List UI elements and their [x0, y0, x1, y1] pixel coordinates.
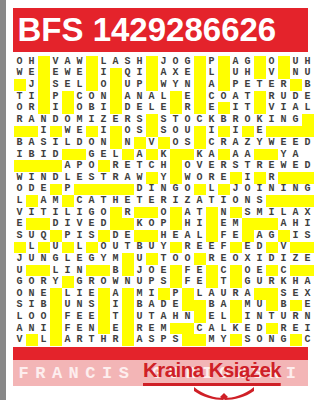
- grid-cell: T: [134, 195, 146, 207]
- grid-cell: V: [14, 334, 26, 346]
- grid-cell: J: [14, 253, 26, 265]
- grid-cell: M: [158, 323, 170, 335]
- grid-cell: D: [302, 160, 314, 172]
- grid-cell: [266, 195, 278, 207]
- grid-cell: [266, 126, 278, 138]
- grid-cell: E: [290, 288, 302, 300]
- grid-cell: N: [134, 91, 146, 103]
- grid-cell: A: [218, 300, 230, 312]
- grid-cell: B: [206, 300, 218, 312]
- grid-cell: I: [242, 172, 254, 184]
- grid-cell: L: [146, 102, 158, 114]
- grid-cell: [194, 91, 206, 103]
- grid-cell: N: [98, 91, 110, 103]
- grid-cell: U: [302, 68, 314, 80]
- grid-cell: K: [278, 276, 290, 288]
- grid-cell: E: [218, 218, 230, 230]
- grid-cell: J: [158, 56, 170, 68]
- grid-cell: N: [38, 114, 50, 126]
- grid-cell: T: [242, 160, 254, 172]
- grid-cell: Y: [170, 79, 182, 91]
- grid-cell: S: [242, 207, 254, 219]
- grid-cell: [170, 207, 182, 219]
- grid-cell: [170, 172, 182, 184]
- grid-cell: S: [38, 137, 50, 149]
- grid-cell: O: [14, 102, 26, 114]
- grid-cell: E: [74, 68, 86, 80]
- grid-cell: N: [254, 311, 266, 323]
- grid-cell: I: [110, 300, 122, 312]
- grid-cell: C: [302, 334, 314, 346]
- grid-cell: [254, 91, 266, 103]
- grid-cell: A: [302, 276, 314, 288]
- grid-cell: [146, 68, 158, 80]
- grid-cell: [278, 230, 290, 242]
- grid-cell: I: [14, 149, 26, 161]
- grid-cell: P: [62, 184, 74, 196]
- grid-cell: I: [170, 195, 182, 207]
- grid-cell: I: [218, 195, 230, 207]
- grid-cell: [218, 184, 230, 196]
- grid-cell: I: [194, 218, 206, 230]
- grid-cell: T: [242, 102, 254, 114]
- grid-cell: U: [26, 230, 38, 242]
- grid-cell: I: [278, 102, 290, 114]
- grid-cell: N: [74, 265, 86, 277]
- grid-cell: [254, 56, 266, 68]
- grid-cell: S: [278, 288, 290, 300]
- grid-cell: [170, 265, 182, 277]
- grid-cell: O: [98, 276, 110, 288]
- grid-cell: [194, 137, 206, 149]
- grid-cell: I: [206, 126, 218, 138]
- grid-cell: O: [146, 218, 158, 230]
- grid-cell: E: [146, 323, 158, 335]
- grid-cell: L: [302, 102, 314, 114]
- grid-cell: [206, 207, 218, 219]
- grid-cell: B: [134, 300, 146, 312]
- grid-cell: A: [206, 323, 218, 335]
- grid-cell: [122, 334, 134, 346]
- grid-cell: W: [74, 56, 86, 68]
- grid-cell: I: [146, 184, 158, 196]
- grid-cell: N: [218, 207, 230, 219]
- grid-cell: [170, 102, 182, 114]
- grid-cell: [194, 334, 206, 346]
- grid-cell: O: [170, 253, 182, 265]
- grid-cell: [50, 334, 62, 346]
- grid-cell: R: [158, 195, 170, 207]
- grid-cell: [110, 137, 122, 149]
- grid-cell: D: [26, 184, 38, 196]
- grid-cell: [14, 160, 26, 172]
- grid-cell: [50, 160, 62, 172]
- grid-cell: S: [86, 172, 98, 184]
- grid-cell: G: [86, 207, 98, 219]
- grid-cell: O: [146, 265, 158, 277]
- grid-cell: A: [242, 288, 254, 300]
- grid-cell: [230, 172, 242, 184]
- grid-cell: H: [182, 218, 194, 230]
- grid-cell: R: [38, 276, 50, 288]
- grid-cell: N: [242, 195, 254, 207]
- grid-cell: A: [110, 288, 122, 300]
- grid-cell: G: [74, 276, 86, 288]
- grid-cell: Z: [242, 137, 254, 149]
- grid-cell: O: [86, 160, 98, 172]
- grid-cell: P: [170, 288, 182, 300]
- grid-cell: [266, 242, 278, 254]
- grid-cell: [206, 276, 218, 288]
- grid-cell: A: [230, 56, 242, 68]
- grid-cell: [122, 253, 134, 265]
- grid-cell: E: [254, 126, 266, 138]
- grid-cell: G: [302, 184, 314, 196]
- grid-cell: E: [170, 300, 182, 312]
- grid-cell: O: [182, 114, 194, 126]
- grid-cell: R: [218, 137, 230, 149]
- grid-cell: U: [50, 242, 62, 254]
- grid-cell: I: [62, 218, 74, 230]
- grid-cell: [254, 218, 266, 230]
- grid-cell: N: [278, 114, 290, 126]
- grid-cell: H: [302, 56, 314, 68]
- grid-cell: Y: [50, 276, 62, 288]
- grid-cell: G: [170, 184, 182, 196]
- grid-cell: E: [206, 242, 218, 254]
- grid-cell: R: [110, 334, 122, 346]
- grid-cell: S: [158, 126, 170, 138]
- grid-cell: A: [206, 149, 218, 161]
- grid-cell: I: [38, 323, 50, 335]
- grid-cell: O: [74, 102, 86, 114]
- grid-cell: E: [74, 172, 86, 184]
- grid-cell: E: [302, 91, 314, 103]
- grid-cell: A: [242, 149, 254, 161]
- grid-cell: F: [218, 230, 230, 242]
- grid-cell: R: [206, 253, 218, 265]
- grid-cell: U: [122, 79, 134, 91]
- grid-cell: I: [230, 102, 242, 114]
- grid-cell: [110, 184, 122, 196]
- grid-cell: R: [182, 242, 194, 254]
- grid-cell: R: [218, 160, 230, 172]
- grid-cell: [50, 288, 62, 300]
- grid-cell: R: [254, 160, 266, 172]
- grid-cell: R: [266, 276, 278, 288]
- grid-cell: C: [194, 323, 206, 335]
- grid-cell: G: [242, 56, 254, 68]
- grid-cell: Y: [158, 172, 170, 184]
- grid-cell: [182, 288, 194, 300]
- grid-cell: G: [242, 276, 254, 288]
- grid-cell: [74, 184, 86, 196]
- grid-cell: [290, 195, 302, 207]
- grid-cell: O: [218, 91, 230, 103]
- grid-cell: A: [62, 160, 74, 172]
- grid-cell: O: [14, 184, 26, 196]
- grid-cell: O: [158, 207, 170, 219]
- grid-cell: [146, 114, 158, 126]
- grid-cell: E: [110, 323, 122, 335]
- grid-cell: E: [86, 311, 98, 323]
- grid-cell: T: [86, 334, 98, 346]
- grid-cell: [194, 311, 206, 323]
- grid-cell: O: [170, 126, 182, 138]
- grid-cell: E: [242, 323, 254, 335]
- grid-cell: C: [278, 265, 290, 277]
- grid-cell: E: [50, 68, 62, 80]
- grid-cell: B: [38, 300, 50, 312]
- grid-cell: C: [218, 265, 230, 277]
- grid-cell: B: [302, 79, 314, 91]
- grid-cell: N: [98, 137, 110, 149]
- grid-cell: I: [50, 207, 62, 219]
- grid-cell: G: [182, 56, 194, 68]
- grid-cell: S: [122, 56, 134, 68]
- grid-cell: F: [62, 323, 74, 335]
- grid-cell: H: [158, 160, 170, 172]
- grid-cell: E: [74, 323, 86, 335]
- grid-cell: F: [62, 311, 74, 323]
- grid-cell: [38, 56, 50, 68]
- grid-cell: [266, 300, 278, 312]
- grid-cell: I: [38, 149, 50, 161]
- grid-cell: Y: [98, 253, 110, 265]
- grid-cell: R: [266, 172, 278, 184]
- grid-cell: O: [230, 195, 242, 207]
- grid-cell: [194, 68, 206, 80]
- grid-cell: M: [230, 218, 242, 230]
- grid-cell: I: [74, 207, 86, 219]
- grid-cell: [134, 207, 146, 219]
- grid-cell: L: [218, 323, 230, 335]
- grid-cell: E: [38, 288, 50, 300]
- grid-cell: E: [290, 160, 302, 172]
- grid-cell: A: [194, 195, 206, 207]
- grid-cell: O: [86, 137, 98, 149]
- grid-cell: R: [290, 311, 302, 323]
- grid-cell: [230, 311, 242, 323]
- grid-cell: M: [110, 253, 122, 265]
- grid-cell: R: [14, 114, 26, 126]
- grid-cell: E: [122, 160, 134, 172]
- grid-cell: [302, 114, 314, 126]
- grid-cell: A: [38, 195, 50, 207]
- grid-cell: E: [302, 253, 314, 265]
- grid-cell: E: [62, 79, 74, 91]
- grid-cell: T: [146, 311, 158, 323]
- grid-cell: Y: [278, 149, 290, 161]
- grid-cell: [278, 126, 290, 138]
- grid-cell: E: [218, 172, 230, 184]
- grid-cell: U: [278, 311, 290, 323]
- grid-cell: [158, 288, 170, 300]
- grid-cell: [194, 126, 206, 138]
- grid-cell: [38, 218, 50, 230]
- grid-cell: [170, 242, 182, 254]
- grid-cell: L: [62, 207, 74, 219]
- grid-cell: R: [230, 114, 242, 126]
- grid-cell: E: [14, 218, 26, 230]
- grid-cell: V: [266, 102, 278, 114]
- grid-cell: U: [110, 242, 122, 254]
- grid-cell: I: [242, 311, 254, 323]
- grid-cell: [14, 126, 26, 138]
- grid-cell: [290, 126, 302, 138]
- grid-cell: O: [14, 288, 26, 300]
- grid-cell: N: [158, 184, 170, 196]
- grid-cell: M: [74, 114, 86, 126]
- grid-cell: K: [206, 114, 218, 126]
- grid-cell: G: [290, 114, 302, 126]
- grid-cell: [194, 102, 206, 114]
- grid-cell: [170, 149, 182, 161]
- grid-cell: Z: [98, 114, 110, 126]
- open-book-icon: [194, 387, 254, 400]
- book-cover: BFS 1429286626 OHVAWLASHJOGPAGOUHWEEWEIQ…: [6, 0, 315, 400]
- grid-cell: P: [74, 160, 86, 172]
- grid-cell: [134, 137, 146, 149]
- grid-cell: H: [290, 218, 302, 230]
- grid-cell: B: [278, 300, 290, 312]
- grid-cell: L: [158, 91, 170, 103]
- grid-cell: [62, 195, 74, 207]
- grid-cell: O: [170, 56, 182, 68]
- grid-cell: H: [26, 56, 38, 68]
- grid-cell: G: [50, 253, 62, 265]
- grid-cell: I: [26, 300, 38, 312]
- grid-cell: C: [206, 91, 218, 103]
- grid-cell: S: [14, 230, 26, 242]
- grid-cell: [266, 149, 278, 161]
- grid-cell: T: [218, 276, 230, 288]
- grid-cell: E: [230, 230, 242, 242]
- grid-cell: K: [254, 114, 266, 126]
- grid-cell: N: [38, 172, 50, 184]
- grid-cell: S: [254, 195, 266, 207]
- grid-cell: L: [62, 288, 74, 300]
- grid-cell: [98, 265, 110, 277]
- grid-cell: O: [242, 184, 254, 196]
- grid-cell: E: [158, 102, 170, 114]
- grid-cell: [86, 79, 98, 91]
- grid-cell: [170, 276, 182, 288]
- grid-cell: [146, 56, 158, 68]
- grid-cell: [242, 230, 254, 242]
- grid-cell: A: [62, 334, 74, 346]
- grid-cell: [98, 184, 110, 196]
- grid-cell: E: [206, 102, 218, 114]
- grid-cell: [14, 242, 26, 254]
- grid-cell: M: [134, 288, 146, 300]
- grid-cell: W: [158, 79, 170, 91]
- grid-cell: [146, 172, 158, 184]
- grid-cell: K: [194, 149, 206, 161]
- grid-cell: [194, 300, 206, 312]
- grid-cell: O: [254, 334, 266, 346]
- grid-cell: G: [266, 230, 278, 242]
- grid-cell: N: [182, 79, 194, 91]
- grid-cell: D: [158, 300, 170, 312]
- grid-cell: I: [62, 265, 74, 277]
- grid-cell: V: [278, 242, 290, 254]
- grid-cell: [50, 230, 62, 242]
- grid-cell: T: [254, 79, 266, 91]
- grid-cell: [266, 288, 278, 300]
- grid-cell: P: [230, 79, 242, 91]
- grid-cell: R: [266, 91, 278, 103]
- grid-cell: O: [98, 242, 110, 254]
- grid-cell: H: [134, 56, 146, 68]
- grid-cell: N: [290, 68, 302, 80]
- grid-cell: A: [290, 102, 302, 114]
- grid-cell: M: [242, 300, 254, 312]
- puzzle-grid: OHVAWLASHJOGPAGOUHWEEWEIQIAXELUHVNUJSELO…: [14, 56, 314, 346]
- grid-cell: [110, 126, 122, 138]
- grid-cell: M: [50, 195, 62, 207]
- grid-cell: [98, 230, 110, 242]
- grid-cell: Z: [290, 253, 302, 265]
- grid-cell: Y: [254, 137, 266, 149]
- grid-cell: E: [290, 137, 302, 149]
- grid-cell: U: [134, 311, 146, 323]
- grid-cell: D: [302, 137, 314, 149]
- grid-cell: [302, 195, 314, 207]
- grid-cell: U: [134, 276, 146, 288]
- grid-cell: [86, 56, 98, 68]
- grid-cell: E: [146, 195, 158, 207]
- grid-cell: U: [26, 253, 38, 265]
- grid-cell: E: [158, 265, 170, 277]
- grid-cell: A: [230, 149, 242, 161]
- grid-cell: E: [86, 218, 98, 230]
- grid-cell: T: [170, 114, 182, 126]
- grid-cell: [254, 288, 266, 300]
- grid-cell: [74, 149, 86, 161]
- grid-cell: W: [110, 276, 122, 288]
- grid-cell: V: [74, 218, 86, 230]
- grid-cell: [206, 230, 218, 242]
- grid-cell: E: [194, 242, 206, 254]
- grid-cell: G: [278, 334, 290, 346]
- grid-cell: R: [86, 276, 98, 288]
- grid-cell: A: [86, 195, 98, 207]
- grid-cell: U: [62, 300, 74, 312]
- grid-cell: H: [98, 334, 110, 346]
- grid-cell: W: [62, 68, 74, 80]
- grid-cell: [266, 323, 278, 335]
- grid-cell: A: [26, 114, 38, 126]
- grid-cell: [230, 300, 242, 312]
- grid-cell: [278, 172, 290, 184]
- grid-cell: [122, 311, 134, 323]
- grid-cell: E: [194, 276, 206, 288]
- grid-cell: K: [158, 149, 170, 161]
- grid-cell: T: [206, 195, 218, 207]
- grid-cell: B: [218, 114, 230, 126]
- grid-cell: [146, 126, 158, 138]
- grid-cell: V: [50, 56, 62, 68]
- grid-cell: S: [86, 300, 98, 312]
- grid-cell: [182, 323, 194, 335]
- grid-cell: P: [134, 79, 146, 91]
- grid-cell: E: [254, 265, 266, 277]
- grid-cell: [110, 91, 122, 103]
- grid-cell: [182, 149, 194, 161]
- grid-cell: S: [134, 126, 146, 138]
- grid-cell: N: [38, 253, 50, 265]
